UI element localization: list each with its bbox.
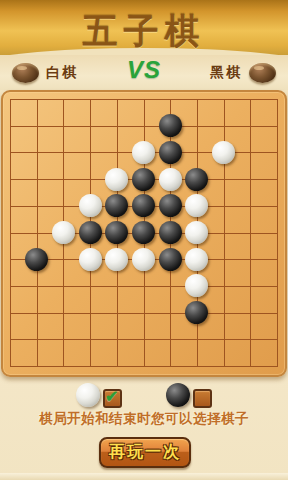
black-stone (25, 248, 48, 271)
white-stone (185, 194, 208, 217)
stone-selector: ✔ (0, 381, 288, 409)
white-stone (185, 274, 208, 297)
black-stone (132, 168, 155, 191)
white-stone (159, 168, 182, 191)
black-stone-bowl-icon (249, 63, 276, 83)
white-stone (105, 168, 128, 191)
black-stone (185, 168, 208, 191)
black-stone (159, 141, 182, 164)
black-stone-icon (166, 383, 190, 407)
white-stone (132, 248, 155, 271)
black-stone (185, 301, 208, 324)
black-stone-option[interactable] (166, 383, 212, 408)
black-stone (159, 221, 182, 244)
white-stone (52, 221, 75, 244)
black-stone (105, 194, 128, 217)
black-stone (132, 221, 155, 244)
black-stone (132, 194, 155, 217)
board[interactable] (1, 90, 287, 377)
checkmark-icon: ✔ (105, 387, 118, 406)
gomoku-app: 五子棋 白棋 VS 黑棋 ✔ 棋局开始和结束时您可以选择棋子 再玩一次 (0, 0, 288, 480)
selection-hint-text: 棋局开始和结束时您可以选择棋子 (0, 410, 288, 428)
white-stone (212, 141, 235, 164)
players-bar: 白棋 VS 黑棋 (0, 55, 288, 90)
black-stone (159, 114, 182, 137)
black-checkbox[interactable] (193, 389, 212, 408)
white-stone-icon (76, 383, 100, 407)
vs-label: VS (0, 56, 288, 84)
white-stone (105, 248, 128, 271)
white-stone (79, 248, 102, 271)
white-stone (79, 194, 102, 217)
play-again-button[interactable]: 再玩一次 (99, 437, 191, 468)
black-stone (105, 221, 128, 244)
title-banner: 五子棋 (0, 0, 288, 56)
play-again-label: 再玩一次 (109, 442, 181, 463)
board-stones-layer (10, 99, 277, 366)
white-stone (185, 248, 208, 271)
bottom-edge-decoration (0, 473, 288, 480)
black-stone (79, 221, 102, 244)
black-stone (159, 194, 182, 217)
white-checkbox[interactable]: ✔ (103, 389, 122, 408)
white-stone (132, 141, 155, 164)
black-stone (159, 248, 182, 271)
white-stone-option[interactable]: ✔ (76, 383, 122, 408)
white-stone (185, 221, 208, 244)
